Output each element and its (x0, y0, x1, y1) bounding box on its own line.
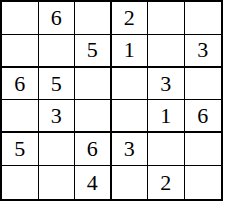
cell-r2c5[interactable] (148, 35, 185, 68)
cell-r6c2[interactable] (39, 166, 76, 199)
cell-r2c2[interactable] (39, 35, 76, 68)
cell-r2c6[interactable]: 3 (185, 35, 222, 68)
cell-r5c1[interactable]: 5 (2, 133, 39, 166)
cell-r2c1[interactable] (2, 35, 39, 68)
cell-r5c5[interactable] (148, 133, 185, 166)
cell-r5c2[interactable] (39, 133, 76, 166)
cell-r1c2[interactable]: 6 (39, 2, 76, 35)
cell-r6c6[interactable] (185, 166, 222, 199)
cell-r6c5[interactable]: 2 (148, 166, 185, 199)
cell-r4c2[interactable]: 3 (39, 100, 76, 133)
cell-r1c3[interactable] (75, 2, 112, 35)
cell-r2c3[interactable]: 5 (75, 35, 112, 68)
sudoku-board: 6251365331656342 (0, 0, 223, 201)
cell-r5c4[interactable]: 3 (112, 133, 149, 166)
cell-r6c4[interactable] (112, 166, 149, 199)
cell-r1c5[interactable] (148, 2, 185, 35)
cell-r4c4[interactable] (112, 100, 149, 133)
cell-r1c4[interactable]: 2 (112, 2, 149, 35)
cell-r4c6[interactable]: 6 (185, 100, 222, 133)
cell-r6c3[interactable]: 4 (75, 166, 112, 199)
cell-r3c6[interactable] (185, 68, 222, 101)
cell-r1c1[interactable] (2, 2, 39, 35)
cell-r4c3[interactable] (75, 100, 112, 133)
cell-r3c2[interactable]: 5 (39, 68, 76, 101)
cell-r3c1[interactable]: 6 (2, 68, 39, 101)
cell-r5c6[interactable] (185, 133, 222, 166)
cell-r6c1[interactable] (2, 166, 39, 199)
cell-r2c4[interactable]: 1 (112, 35, 149, 68)
cell-r4c1[interactable] (2, 100, 39, 133)
cell-r3c5[interactable]: 3 (148, 68, 185, 101)
cell-r3c4[interactable] (112, 68, 149, 101)
cell-r3c3[interactable] (75, 68, 112, 101)
cell-r4c5[interactable]: 1 (148, 100, 185, 133)
cell-r5c3[interactable]: 6 (75, 133, 112, 166)
cell-r1c6[interactable] (185, 2, 222, 35)
